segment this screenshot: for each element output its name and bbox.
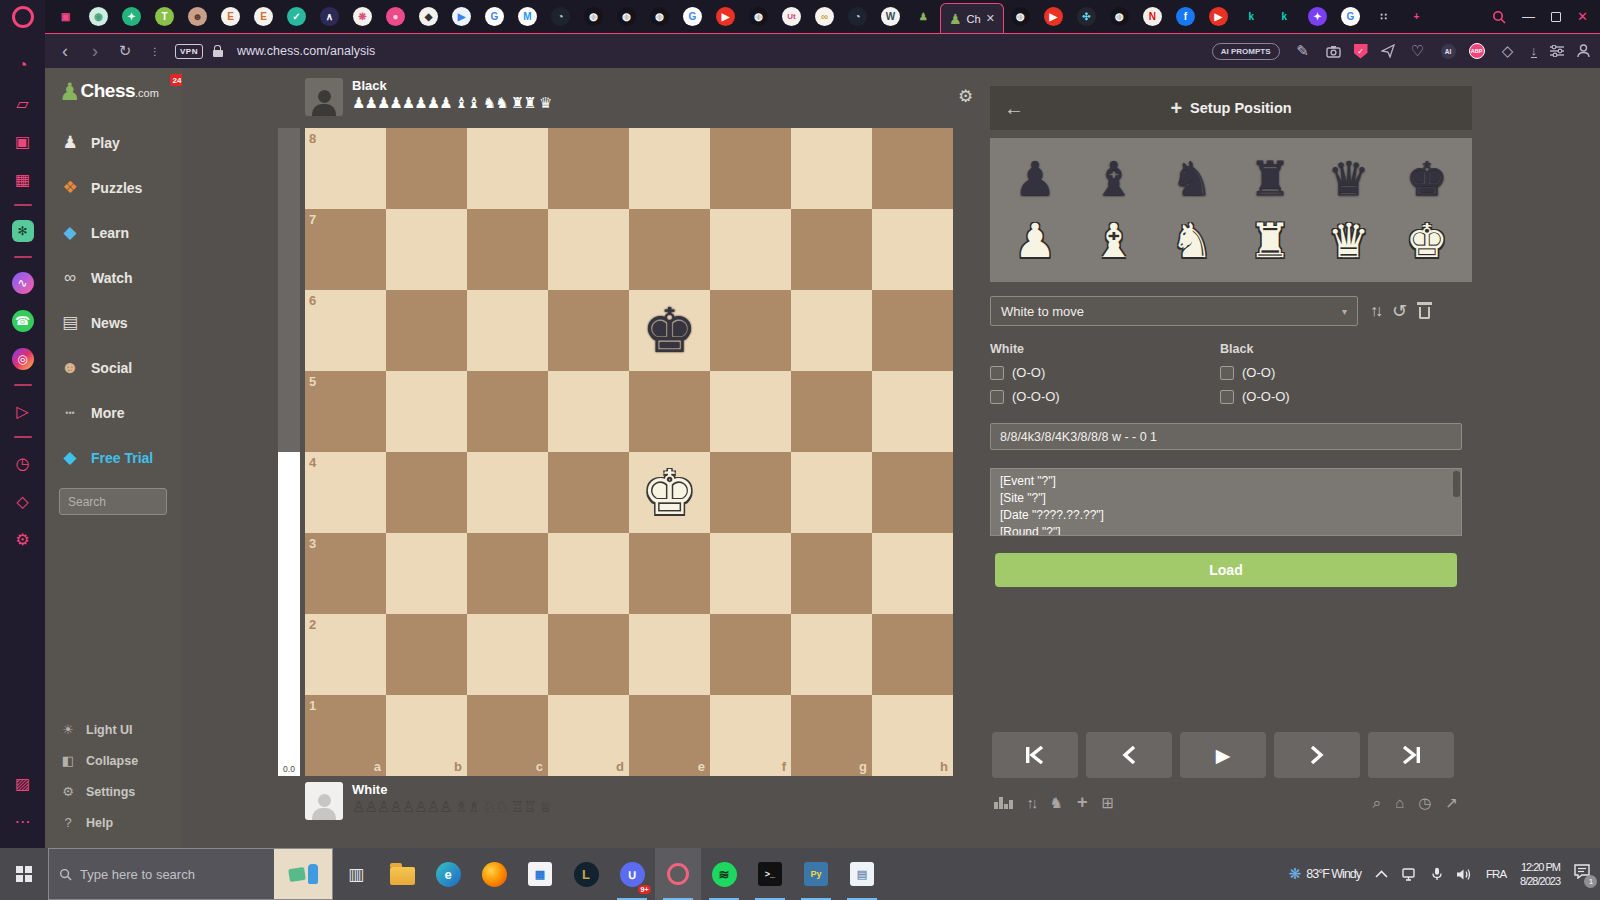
settings-gear-icon[interactable]: ⚙	[11, 527, 35, 551]
firefox-icon	[482, 862, 507, 887]
square-d5[interactable]	[548, 371, 629, 452]
tab-dribbble[interactable]: ●	[386, 7, 405, 26]
palette-black-pawn[interactable]: ♟	[1003, 148, 1067, 210]
square-a2[interactable]: 2	[305, 614, 386, 695]
notepad-icon: ▤	[850, 862, 874, 886]
windows-taskbar: ▥e▦L∪9+≋>_Py▤ ❋ 83°F Windy FRA 12:20 PM …	[0, 848, 1600, 900]
pgn-textarea[interactable]: [Event "?"] [Site "?"] [Date "????.??.??…	[990, 468, 1462, 536]
tab-github-1[interactable]: ◍	[584, 7, 603, 26]
square-b7[interactable]	[386, 209, 467, 290]
rail-divider	[14, 256, 32, 258]
microphone-icon[interactable]	[1432, 867, 1442, 881]
tab-trello[interactable]: T	[155, 7, 174, 26]
flip-board-icon[interactable]: ↑↓	[1370, 302, 1380, 320]
square-h2[interactable]	[872, 614, 953, 695]
compose-icon[interactable]: ✎	[1293, 42, 1313, 60]
forward-button[interactable]: ›	[85, 41, 105, 62]
square-d1[interactable]: d	[548, 695, 629, 776]
minimize-button[interactable]: —	[1522, 9, 1535, 24]
collapse-icon: ◧	[59, 753, 77, 768]
square-d6[interactable]	[548, 290, 629, 371]
sidebar-search-input[interactable]	[59, 488, 167, 515]
square-f6[interactable]	[710, 290, 791, 371]
square-d8[interactable]	[548, 128, 629, 209]
microsoft-store-icon: ▦	[528, 862, 552, 886]
volume-icon[interactable]	[1456, 868, 1472, 881]
checkbox-icon[interactable]	[1220, 366, 1234, 380]
taskbar-app-notepad[interactable]: ▤	[839, 848, 885, 900]
send-icon[interactable]	[1381, 44, 1395, 58]
weather-text: 83°F Windy	[1306, 864, 1361, 884]
turn-select-value: White to move	[1001, 304, 1342, 319]
piece-palette: ♟♝♞♜♛♚ ♟♝♞♜♛♚	[990, 138, 1472, 282]
sidebar-item-label: Free Trial	[91, 450, 153, 466]
palette-black-bishop[interactable]: ♝	[1081, 148, 1145, 210]
setup-position-panel: ← + Setup Position ♟♝♞♜♛♚ ♟♝♞♜♛♚ White t…	[990, 86, 1472, 826]
square-a1[interactable]: 1a	[305, 695, 386, 776]
chatgpt-badge: ✻	[12, 220, 34, 242]
first-move-button[interactable]	[992, 732, 1078, 778]
checkbox-icon[interactable]	[1220, 390, 1234, 404]
tab-github-5[interactable]: ◍	[1011, 7, 1030, 26]
tab-kick-2[interactable]: k	[1275, 7, 1294, 26]
last-move-button[interactable]	[1368, 732, 1454, 778]
palette-white-pawn[interactable]: ♟	[1003, 210, 1067, 272]
square-b6[interactable]	[386, 290, 467, 371]
tab-youtube-3[interactable]: ▶	[1209, 7, 1228, 26]
footer-item-label: Help	[86, 816, 113, 830]
sidebar-item-label: Social	[91, 360, 132, 376]
checkbox-icon[interactable]	[990, 390, 1004, 404]
square-e5[interactable]	[629, 371, 710, 452]
square-f1[interactable]: f	[710, 695, 791, 776]
square-b3[interactable]	[386, 533, 467, 614]
white-castle-kingside[interactable]: (O-O)	[990, 365, 1220, 380]
python-idle-icon: Py	[804, 862, 828, 886]
chatgpt-icon[interactable]: ✻	[11, 219, 35, 243]
rank-label-2: 2	[309, 617, 316, 632]
tab-fingerprint[interactable]: ◉	[89, 7, 108, 26]
command-prompt-icon: >_	[758, 862, 782, 886]
timer-icon[interactable]: ◷	[1418, 794, 1431, 812]
taskbar-app-task-view[interactable]: ▥	[333, 848, 379, 900]
whatsapp-icon[interactable]: ☎	[11, 309, 35, 333]
white-player-name: White	[352, 782, 561, 797]
fen-input[interactable]	[990, 423, 1462, 450]
share-icon[interactable]: ↗	[1445, 794, 1458, 812]
language-indicator[interactable]: FRA	[1486, 864, 1506, 884]
previous-move-button[interactable]	[1086, 732, 1172, 778]
square-g5[interactable]	[791, 371, 872, 452]
aria-ai-icon[interactable]: ▦	[11, 167, 35, 191]
tab-globe-2[interactable]: ◔	[848, 7, 867, 26]
square-f7[interactable]	[710, 209, 791, 290]
square-b2[interactable]	[386, 614, 467, 695]
square-g6[interactable]	[791, 290, 872, 371]
square-g8[interactable]	[791, 128, 872, 209]
square-g1[interactable]: g	[791, 695, 872, 776]
square-c6[interactable]	[467, 290, 548, 371]
chess-board[interactable]: 87654321abcdefgh♚♚	[305, 128, 953, 776]
tab-netflix[interactable]: N	[1143, 7, 1162, 26]
file-label-c: c	[536, 759, 543, 774]
black-avatar[interactable]	[305, 78, 343, 116]
sidebar-item-label: More	[91, 405, 124, 421]
tab-wordpress[interactable]: W	[881, 7, 900, 26]
graduation-cap-icon: ◆	[59, 222, 81, 243]
vpn-badge[interactable]: VPN	[175, 44, 203, 59]
tab-kick-1[interactable]: k	[1242, 7, 1261, 26]
twitch-icon[interactable]: ▣	[11, 129, 35, 153]
tab-chesscom-pinned[interactable]: ♟	[914, 7, 933, 26]
tab-purple-app[interactable]: ✦	[1308, 7, 1327, 26]
move-navigation: ▶	[992, 732, 1454, 778]
weather-icon: ❋	[1289, 864, 1301, 884]
black-castle-kingside[interactable]: (O-O)	[1220, 365, 1450, 380]
square-e1[interactable]: e	[629, 695, 710, 776]
extensions-cube-icon[interactable]: ◇	[11, 489, 35, 513]
tab-mui[interactable]: M	[518, 7, 537, 26]
reset-icon[interactable]: ↺	[1392, 300, 1407, 322]
rank-label-6: 6	[309, 293, 316, 308]
player-icon[interactable]: ▷	[11, 399, 35, 423]
screen: ◔▱▣▦✻∿☎◎▷◷◇⚙▨⋯ ▣◉✦T☻EE✓∧❋●◆▶GM◔◍◍◍G▶◍Ut∞…	[0, 0, 1600, 900]
tab-youtube-2[interactable]: ▶	[1044, 7, 1063, 26]
square-a8[interactable]: 8	[305, 128, 386, 209]
taskbar-app-opera-browser[interactable]	[655, 848, 701, 900]
tab-tab-groups[interactable]: ∷	[1374, 7, 1393, 26]
sliders-icon[interactable]	[1550, 45, 1564, 57]
sidebar-item-watch[interactable]: ∞Watch	[59, 255, 182, 300]
play-pawn-icon: ♟	[59, 132, 81, 153]
trash-icon[interactable]	[1419, 303, 1430, 319]
square-b4[interactable]	[386, 452, 467, 533]
setup-plus-icon: +	[1170, 97, 1182, 120]
tab-youtube-1[interactable]: ▶	[716, 7, 735, 26]
ai-extension-badge[interactable]: AI	[1441, 44, 1456, 59]
analysis-tools: ↑↓ ♞ + ⊞ ⌕ ⌂ ◷ ↗	[994, 792, 1458, 813]
chesscom-logo-text: Chess	[81, 80, 136, 101]
tab-green-app[interactable]: ✦	[122, 7, 141, 26]
white-avatar[interactable]	[305, 782, 343, 820]
diamond-icon: ◆	[59, 447, 81, 468]
square-c2[interactable]	[467, 614, 548, 695]
evaluation-bar-white	[278, 452, 300, 776]
palette-black-king[interactable]: ♚	[1395, 148, 1459, 210]
search-daily-illustration[interactable]	[274, 849, 332, 899]
pgn-scrollbar[interactable]	[1453, 471, 1460, 497]
black-castle-queenside[interactable]: (O-O-O)	[1220, 389, 1450, 404]
square-d2[interactable]	[548, 614, 629, 695]
tab-infinity-site[interactable]: ∞	[815, 7, 834, 26]
sidebar-item-social[interactable]: ☻Social	[59, 345, 182, 390]
history-icon[interactable]: ◷	[11, 451, 35, 475]
chesscom-logo-com: .com	[135, 87, 159, 99]
heart-icon[interactable]: ♡	[1408, 42, 1428, 60]
square-g4[interactable]	[791, 452, 872, 533]
square-h4[interactable]	[872, 452, 953, 533]
square-g7[interactable]	[791, 209, 872, 290]
system-tray: ❋ 83°F Windy FRA 12:20 PM 8/28/2023 1	[1289, 848, 1600, 900]
rank-label-4: 4	[309, 455, 316, 470]
footer-item-help[interactable]: ?Help	[59, 807, 182, 838]
square-h5[interactable]	[872, 371, 953, 452]
sidebar-item-play[interactable]: ♟Play	[59, 120, 182, 165]
file-label-b: b	[454, 759, 462, 774]
pieces-setup-icon[interactable]: ♞	[1050, 794, 1063, 812]
reload-button[interactable]: ↻	[115, 42, 135, 60]
easel-icon[interactable]: ▱	[11, 91, 35, 115]
castling-options: White (O-O) (O-O-O) Black (O-O) (O-O-O)	[990, 342, 1472, 413]
square-c5[interactable]	[467, 371, 548, 452]
square-c4[interactable]	[467, 452, 548, 533]
square-d3[interactable]	[548, 533, 629, 614]
messenger-icon[interactable]: ∿	[11, 271, 35, 295]
file-label-a: a	[374, 759, 381, 774]
flip-icon[interactable]: ↑↓	[1027, 794, 1036, 811]
tab-etsy-1[interactable]: E	[221, 7, 240, 26]
active-tab-chesscom[interactable]: ♟ Ch ✕	[940, 3, 1004, 33]
weather-widget[interactable]: ❋ 83°F Windy	[1289, 864, 1361, 884]
rail-divider	[14, 436, 32, 438]
taskbar-app-file-explorer[interactable]	[379, 848, 425, 900]
sidebar-box-icon[interactable]: ◇	[1498, 42, 1518, 60]
ai-prompts-button[interactable]: AI PROMPTS	[1212, 43, 1280, 60]
play-button[interactable]: ▶	[1180, 732, 1266, 778]
tab-github-6[interactable]: ◍	[1110, 7, 1129, 26]
opera-icon	[667, 863, 689, 885]
taskbar-app-spotify[interactable]: ≋	[701, 848, 747, 900]
clock-widget[interactable]: 12:20 PM 8/28/2023	[1520, 860, 1560, 888]
sidebar-item-label: Learn	[91, 225, 129, 241]
turn-select[interactable]: White to move ▾	[990, 296, 1358, 326]
tab-github-2[interactable]: ◍	[617, 7, 636, 26]
square-h8[interactable]	[872, 128, 953, 209]
palette-white-knight[interactable]: ♞	[1160, 210, 1224, 272]
snapshot-icon[interactable]: ▨	[11, 771, 35, 795]
camera-icon[interactable]	[1326, 45, 1341, 58]
square-c8[interactable]	[467, 128, 548, 209]
sun-icon: ☀	[59, 722, 77, 737]
tab-globe-1[interactable]: ◔	[551, 7, 570, 26]
footer-item-label: Collapse	[86, 754, 138, 768]
search-icon[interactable]	[1492, 10, 1506, 24]
analysis-page: Black ♟♟♟♟♟♟♟♟ ♝♝ ♞♞ ♜♜ ♛ ⚙ 0.0 87654321…	[182, 68, 1600, 848]
square-b1[interactable]: b	[386, 695, 467, 776]
square-b8[interactable]	[386, 128, 467, 209]
rank-label-5: 5	[309, 374, 316, 389]
lock-icon[interactable]	[213, 50, 223, 57]
taskbar-app-edge[interactable]: e	[425, 848, 471, 900]
puzzle-icon: ❖	[59, 177, 81, 198]
sidebar-item-free-trial[interactable]: ◆Free Trial	[59, 435, 182, 480]
taskbar-search-input[interactable]	[80, 867, 240, 882]
square-f4[interactable]	[710, 452, 791, 533]
add-icon[interactable]: +	[1077, 792, 1088, 813]
discord-icon: ∪	[620, 862, 645, 887]
sidebar-item-learn[interactable]: ◆Learn	[59, 210, 182, 255]
square-h6[interactable]	[872, 290, 953, 371]
tab-todo-check[interactable]: ✓	[287, 7, 306, 26]
tab-expo[interactable]: ∧	[320, 7, 339, 26]
tab-react[interactable]: ✣	[1077, 7, 1096, 26]
search-icon	[59, 868, 72, 881]
palette-white-rook[interactable]: ♜	[1238, 210, 1302, 272]
square-d7[interactable]	[548, 209, 629, 290]
tab-new-tab[interactable]: +	[1407, 7, 1426, 26]
square-g3[interactable]	[791, 533, 872, 614]
shield-icon[interactable]: ✓	[1354, 44, 1368, 59]
square-c7[interactable]	[467, 209, 548, 290]
taskbar-app-league-app[interactable]: L	[563, 848, 609, 900]
adblock-badge[interactable]: ABP	[1469, 43, 1485, 59]
square-a7[interactable]: 7	[305, 209, 386, 290]
instagram-icon[interactable]: ◎	[11, 347, 35, 371]
help-icon: ?	[59, 815, 77, 830]
tab-sketch[interactable]: ◆	[419, 7, 438, 26]
back-button[interactable]: ‹	[55, 41, 75, 62]
player-bar-white: White ♙♙♙♙♙♙♙♙ ♗♗ ♘♘ ♖♖ ♕	[305, 782, 965, 820]
taskbar-app-command-prompt[interactable]: >_	[747, 848, 793, 900]
taskbar-app-discord[interactable]: ∪9+	[609, 848, 655, 900]
file-label-e: e	[698, 759, 705, 774]
maximize-button[interactable]	[1551, 12, 1561, 22]
palette-white-king[interactable]: ♚	[1395, 210, 1459, 272]
library-icon[interactable]: ⌂	[1395, 794, 1404, 811]
palette-white-queen[interactable]: ♛	[1316, 210, 1380, 272]
square-a6[interactable]: 6	[305, 290, 386, 371]
footer-item-collapse[interactable]: ◧Collapse	[59, 745, 182, 776]
toolbar-dots-icon: ⋮	[145, 46, 165, 57]
tab-gamepad[interactable]: ▣	[56, 7, 75, 26]
square-f8[interactable]	[710, 128, 791, 209]
rail-divider	[14, 204, 32, 206]
white-king-e4[interactable]: ♚	[629, 452, 710, 533]
square-f5[interactable]	[710, 371, 791, 452]
square-h7[interactable]	[872, 209, 953, 290]
checkbox-icon[interactable]	[990, 366, 1004, 380]
rank-label-8: 8	[309, 131, 316, 146]
square-b5[interactable]	[386, 371, 467, 452]
file-label-h: h	[940, 759, 948, 774]
footer-item-settings[interactable]: ⚙Settings	[59, 776, 182, 807]
footer-item-label: Light UI	[86, 723, 133, 737]
square-a3[interactable]: 3	[305, 533, 386, 614]
tab-github-4[interactable]: ◍	[749, 7, 768, 26]
white-castle-queenside[interactable]: (O-O-O)	[990, 389, 1220, 404]
tray-expand-icon[interactable]	[1375, 870, 1388, 878]
square-f3[interactable]	[710, 533, 791, 614]
explorer-search-icon[interactable]: ⌕	[1373, 794, 1381, 812]
messenger-badge: ∿	[12, 272, 34, 294]
tab-avatar-site[interactable]: ☻	[188, 7, 207, 26]
tab-close-icon[interactable]: ✕	[986, 12, 995, 25]
dots-icon: •••	[59, 408, 81, 418]
next-move-button[interactable]	[1274, 732, 1360, 778]
tab-play-site[interactable]: ▶	[452, 7, 471, 26]
start-button[interactable]	[0, 848, 48, 900]
sidebar-item-more[interactable]: •••More	[59, 390, 182, 435]
sidebar-item-puzzles[interactable]: ❖Puzzles	[59, 165, 182, 210]
taskbar-app-microsoft-store[interactable]: ▦	[517, 848, 563, 900]
square-h1[interactable]: h	[872, 695, 953, 776]
speed-dial-icon[interactable]: ◔	[11, 53, 35, 77]
palette-white-bishop[interactable]: ♝	[1081, 210, 1145, 272]
tab-github-3[interactable]: ◍	[650, 7, 669, 26]
chesscom-favicon: ♟	[949, 11, 962, 27]
square-c1[interactable]: c	[467, 695, 548, 776]
square-g2[interactable]	[791, 614, 872, 695]
square-a4[interactable]: 4	[305, 452, 386, 533]
evaluation-bar: 0.0	[278, 128, 300, 776]
tab-etsy-2[interactable]: E	[254, 7, 273, 26]
palette-black-knight[interactable]: ♞	[1160, 148, 1224, 210]
tab-ut-site[interactable]: Ut	[782, 7, 801, 26]
file-label-d: d	[616, 759, 624, 774]
taskbar-app-python-idle[interactable]: Py	[793, 848, 839, 900]
active-tab-label: Ch	[967, 13, 981, 25]
close-button[interactable]: ✕	[1577, 9, 1588, 24]
tray-time: 12:20 PM	[1521, 861, 1560, 873]
profile-icon[interactable]	[1577, 44, 1590, 58]
address-url[interactable]: www.chess.com/analysis	[237, 44, 375, 58]
evaluation-chart-icon[interactable]	[994, 796, 1013, 809]
square-e7[interactable]	[629, 209, 710, 290]
square-e8[interactable]	[629, 128, 710, 209]
tab-google-2[interactable]: G	[683, 7, 702, 26]
network-icon[interactable]	[1402, 868, 1418, 881]
square-f2[interactable]	[710, 614, 791, 695]
white-captured-tray: ♙♙♙♙♙♙♙♙ ♗♗ ♘♘ ♖♖ ♕	[352, 797, 561, 817]
board-settings-gear-icon[interactable]: ⚙	[958, 86, 973, 107]
square-h3[interactable]	[872, 533, 953, 614]
chesscom-logo[interactable]: ♟ Chess.com 24	[59, 80, 182, 104]
notification-center[interactable]: 1	[1574, 864, 1590, 884]
tab-paw[interactable]: ❋	[353, 7, 372, 26]
square-d4[interactable]	[548, 452, 629, 533]
square-c3[interactable]	[467, 533, 548, 614]
footer-item-light-ui[interactable]: ☀Light UI	[59, 714, 182, 745]
edge-icon: e	[436, 862, 461, 887]
back-arrow-icon[interactable]: ←	[1004, 97, 1024, 120]
instagram-badge: ◎	[12, 348, 34, 370]
square-e3[interactable]	[629, 533, 710, 614]
player-bar-black: Black ♟♟♟♟♟♟♟♟ ♝♝ ♞♞ ♜♜ ♛	[305, 78, 965, 116]
file-label-f: f	[782, 759, 786, 774]
taskbar-search[interactable]	[48, 848, 333, 900]
rank-label-1: 1	[309, 698, 316, 713]
sidebar-item-news[interactable]: ▤News	[59, 300, 182, 345]
palette-black-queen[interactable]: ♛	[1316, 148, 1380, 210]
black-king-e6[interactable]: ♚	[629, 290, 710, 371]
task-view-icon: ▥	[348, 864, 364, 885]
load-button[interactable]: Load	[995, 553, 1457, 587]
more-dots-icon[interactable]: ⋯	[11, 809, 35, 833]
downloads-icon[interactable]: ↓	[1531, 45, 1538, 58]
square-a5[interactable]: 5	[305, 371, 386, 452]
palette-black-rook[interactable]: ♜	[1238, 148, 1302, 210]
tab-google-3[interactable]: G	[1341, 7, 1360, 26]
tab-facebook[interactable]: f	[1176, 7, 1195, 26]
opera-sidebar: ◔▱▣▦✻∿☎◎▷◷◇⚙▨⋯	[0, 0, 45, 848]
new-board-icon[interactable]: ⊞	[1101, 794, 1114, 812]
rank-label-3: 3	[309, 536, 316, 551]
square-e2[interactable]	[629, 614, 710, 695]
tab-google-1[interactable]: G	[485, 7, 504, 26]
opera-logo-icon[interactable]	[12, 6, 34, 28]
taskbar-app-firefox[interactable]	[471, 848, 517, 900]
sidebar-item-label: Watch	[91, 270, 132, 286]
